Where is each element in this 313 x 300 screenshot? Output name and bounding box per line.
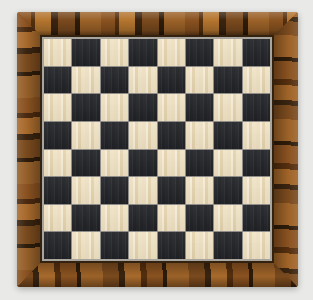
board-fillet <box>40 35 274 263</box>
board-frame-top <box>17 12 298 35</box>
square-h6[interactable] <box>243 94 270 121</box>
square-h3[interactable] <box>243 177 270 204</box>
square-b3[interactable] <box>72 177 99 204</box>
square-a6[interactable] <box>44 94 71 121</box>
square-a7[interactable] <box>44 67 71 94</box>
square-h4[interactable] <box>243 150 270 177</box>
square-a2[interactable] <box>44 205 71 232</box>
square-g5[interactable] <box>214 122 241 149</box>
square-b6[interactable] <box>72 94 99 121</box>
square-b2[interactable] <box>72 205 99 232</box>
square-b4[interactable] <box>72 150 99 177</box>
board-frame-bottom <box>17 263 298 287</box>
square-e3[interactable] <box>158 177 185 204</box>
square-c8[interactable] <box>101 39 128 66</box>
square-g6[interactable] <box>214 94 241 121</box>
square-a3[interactable] <box>44 177 71 204</box>
square-d8[interactable] <box>129 39 156 66</box>
square-d4[interactable] <box>129 150 156 177</box>
square-f2[interactable] <box>186 205 213 232</box>
square-c2[interactable] <box>101 205 128 232</box>
square-h8[interactable] <box>243 39 270 66</box>
square-a4[interactable] <box>44 150 71 177</box>
square-c3[interactable] <box>101 177 128 204</box>
square-g1[interactable] <box>214 232 241 259</box>
square-a1[interactable] <box>44 232 71 259</box>
square-e5[interactable] <box>158 122 185 149</box>
square-c6[interactable] <box>101 94 128 121</box>
square-d7[interactable] <box>129 67 156 94</box>
square-h2[interactable] <box>243 205 270 232</box>
square-f5[interactable] <box>186 122 213 149</box>
square-g3[interactable] <box>214 177 241 204</box>
square-f6[interactable] <box>186 94 213 121</box>
square-a5[interactable] <box>44 122 71 149</box>
square-g8[interactable] <box>214 39 241 66</box>
square-g7[interactable] <box>214 67 241 94</box>
chess-board <box>17 12 298 287</box>
square-d5[interactable] <box>129 122 156 149</box>
square-d6[interactable] <box>129 94 156 121</box>
square-d2[interactable] <box>129 205 156 232</box>
square-d1[interactable] <box>129 232 156 259</box>
square-e2[interactable] <box>158 205 185 232</box>
square-c5[interactable] <box>101 122 128 149</box>
square-e8[interactable] <box>158 39 185 66</box>
square-h5[interactable] <box>243 122 270 149</box>
square-f8[interactable] <box>186 39 213 66</box>
board-grid <box>44 39 270 259</box>
square-d3[interactable] <box>129 177 156 204</box>
square-g2[interactable] <box>214 205 241 232</box>
square-b7[interactable] <box>72 67 99 94</box>
board-frame-right <box>274 12 298 287</box>
square-f1[interactable] <box>186 232 213 259</box>
square-f7[interactable] <box>186 67 213 94</box>
square-b5[interactable] <box>72 122 99 149</box>
square-g4[interactable] <box>214 150 241 177</box>
square-c1[interactable] <box>101 232 128 259</box>
square-b1[interactable] <box>72 232 99 259</box>
square-b8[interactable] <box>72 39 99 66</box>
square-f3[interactable] <box>186 177 213 204</box>
square-e1[interactable] <box>158 232 185 259</box>
square-h1[interactable] <box>243 232 270 259</box>
square-e7[interactable] <box>158 67 185 94</box>
square-a8[interactable] <box>44 39 71 66</box>
square-c7[interactable] <box>101 67 128 94</box>
square-f4[interactable] <box>186 150 213 177</box>
square-e6[interactable] <box>158 94 185 121</box>
square-e4[interactable] <box>158 150 185 177</box>
square-h7[interactable] <box>243 67 270 94</box>
board-frame-left <box>17 12 40 287</box>
square-c4[interactable] <box>101 150 128 177</box>
